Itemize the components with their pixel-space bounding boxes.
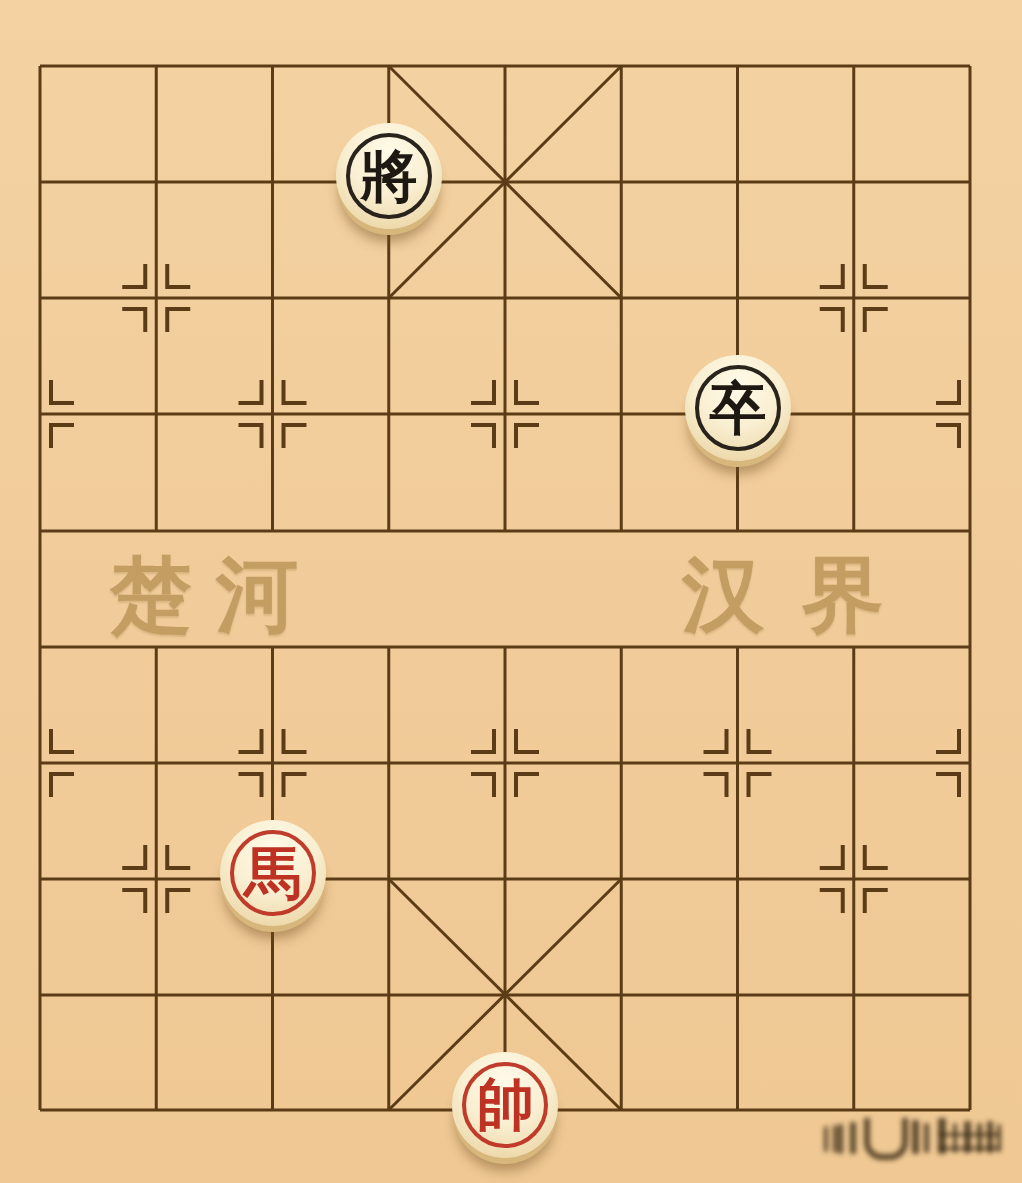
- board-point[interactable]: [331, 1053, 447, 1168]
- board-point[interactable]: [98, 472, 214, 589]
- board-point[interactable]: [912, 937, 1022, 1053]
- piece-black-soldier[interactable]: 卒: [685, 355, 791, 461]
- board-point[interactable]: [215, 8, 331, 124]
- board-point[interactable]: [215, 356, 331, 472]
- board-point[interactable]: [331, 937, 447, 1053]
- piece-black-general[interactable]: 將: [336, 123, 442, 229]
- board-point[interactable]: [331, 589, 447, 705]
- board-point[interactable]: [447, 356, 563, 472]
- board-point[interactable]: [447, 937, 563, 1053]
- board-point[interactable]: [0, 472, 98, 589]
- board-point[interactable]: [796, 937, 912, 1053]
- board-point[interactable]: [912, 356, 1022, 472]
- board-point[interactable]: [563, 589, 679, 705]
- board-point[interactable]: [796, 472, 912, 589]
- xiangqi-board: 楚河 汉界 將卒馬帥: [0, 0, 1022, 1183]
- board-point[interactable]: [680, 937, 796, 1053]
- board-point[interactable]: [331, 705, 447, 821]
- board-point[interactable]: [912, 8, 1022, 124]
- board-point[interactable]: [0, 705, 98, 821]
- board-point[interactable]: [563, 1053, 679, 1168]
- board-point[interactable]: [563, 356, 679, 472]
- board-point[interactable]: [912, 705, 1022, 821]
- board-intersections: 將卒馬帥: [0, 8, 1022, 1168]
- board-point[interactable]: [331, 240, 447, 356]
- board-point[interactable]: [680, 8, 796, 124]
- board-point[interactable]: [796, 589, 912, 705]
- board-point[interactable]: [563, 821, 679, 937]
- board-point[interactable]: [447, 589, 563, 705]
- board-point[interactable]: [680, 821, 796, 937]
- board-point[interactable]: [98, 240, 214, 356]
- board-point[interactable]: [0, 1053, 98, 1168]
- board-point[interactable]: [215, 1053, 331, 1168]
- board-point[interactable]: [98, 589, 214, 705]
- board-point[interactable]: [98, 1053, 214, 1168]
- board-point[interactable]: [215, 937, 331, 1053]
- board-point[interactable]: [98, 937, 214, 1053]
- board-point[interactable]: [98, 124, 214, 240]
- board-point[interactable]: [447, 705, 563, 821]
- board-point[interactable]: [447, 124, 563, 240]
- board-point[interactable]: [563, 240, 679, 356]
- board-point[interactable]: [563, 705, 679, 821]
- board-point[interactable]: [796, 705, 912, 821]
- board-point[interactable]: 帥: [447, 1053, 563, 1168]
- board-point[interactable]: 馬: [215, 821, 331, 937]
- board-point[interactable]: [680, 1053, 796, 1168]
- piece-glyph: 卒: [709, 379, 766, 436]
- board-point[interactable]: [680, 124, 796, 240]
- board-point[interactable]: [796, 356, 912, 472]
- board-point[interactable]: [912, 589, 1022, 705]
- board-point[interactable]: [0, 589, 98, 705]
- board-point[interactable]: [796, 8, 912, 124]
- board-point[interactable]: [215, 240, 331, 356]
- board-point[interactable]: [447, 8, 563, 124]
- board-point[interactable]: [447, 821, 563, 937]
- board-point[interactable]: 將: [331, 124, 447, 240]
- board-point[interactable]: [563, 472, 679, 589]
- board-point[interactable]: [98, 821, 214, 937]
- piece-red-general[interactable]: 帥: [452, 1052, 558, 1158]
- board-point[interactable]: [563, 124, 679, 240]
- piece-glyph: 將: [360, 147, 417, 204]
- piece-glyph: 帥: [477, 1075, 534, 1132]
- board-point[interactable]: [331, 821, 447, 937]
- piece-glyph: 馬: [244, 844, 301, 901]
- board-point[interactable]: [912, 821, 1022, 937]
- board-point[interactable]: [0, 8, 98, 124]
- board-point[interactable]: [563, 937, 679, 1053]
- board-point[interactable]: [912, 1053, 1022, 1168]
- board-point[interactable]: [680, 472, 796, 589]
- board-point[interactable]: [0, 356, 98, 472]
- board-point[interactable]: [0, 124, 98, 240]
- board-point[interactable]: [796, 240, 912, 356]
- board-point[interactable]: [0, 937, 98, 1053]
- board-point[interactable]: [98, 705, 214, 821]
- board-point[interactable]: [215, 472, 331, 589]
- board-point[interactable]: 卒: [680, 356, 796, 472]
- board-point[interactable]: [796, 1053, 912, 1168]
- board-point[interactable]: [215, 589, 331, 705]
- board-point[interactable]: [912, 240, 1022, 356]
- board-point[interactable]: [215, 705, 331, 821]
- board-point[interactable]: [98, 356, 214, 472]
- board-point[interactable]: [98, 8, 214, 124]
- board-point[interactable]: [563, 8, 679, 124]
- board-point[interactable]: [796, 124, 912, 240]
- board-point[interactable]: [215, 124, 331, 240]
- board-point[interactable]: [680, 705, 796, 821]
- board-point[interactable]: [0, 821, 98, 937]
- board-point[interactable]: [0, 240, 98, 356]
- board-point[interactable]: [912, 124, 1022, 240]
- board-point[interactable]: [331, 8, 447, 124]
- board-point[interactable]: [447, 240, 563, 356]
- piece-red-horse[interactable]: 馬: [220, 820, 326, 926]
- board-point[interactable]: [331, 472, 447, 589]
- board-point[interactable]: [331, 356, 447, 472]
- board-point[interactable]: [912, 472, 1022, 589]
- board-point[interactable]: [680, 240, 796, 356]
- board-point[interactable]: [796, 821, 912, 937]
- board-point[interactable]: [447, 472, 563, 589]
- board-point[interactable]: [680, 589, 796, 705]
